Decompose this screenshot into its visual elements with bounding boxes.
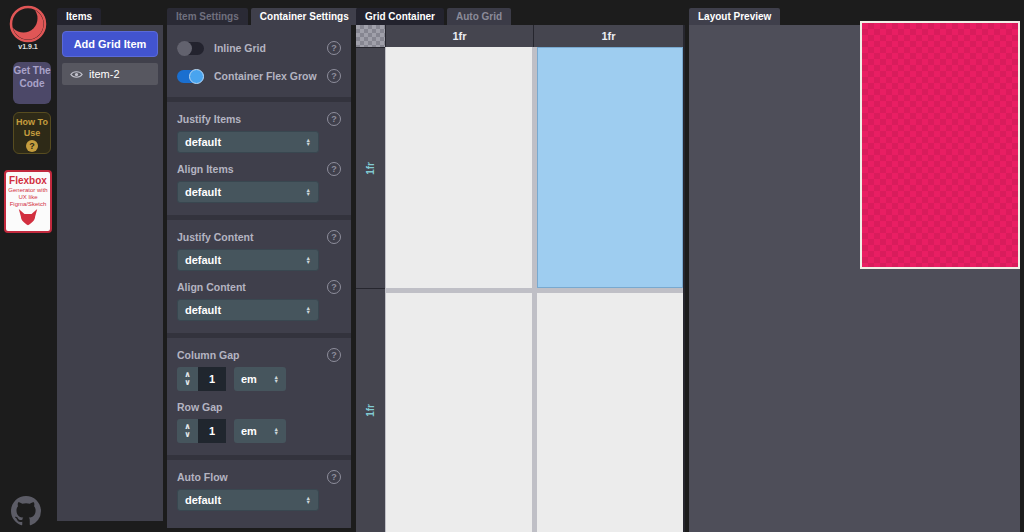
grid-corner-checker [356,25,385,47]
tab-layout-preview[interactable]: Layout Preview [689,8,780,25]
help-icon[interactable]: ? [327,41,341,55]
grid-board: 1fr 1fr 1fr 1fr [356,25,685,532]
preview-item-2 [860,21,1020,269]
github-icon[interactable] [11,496,41,526]
grid-cell-r1c2-selected[interactable] [537,47,683,288]
align-items-label: Align Items [177,163,234,175]
select-arrows-icon: ▲▼ [274,375,279,384]
flexbox-generator-badge[interactable]: Flexbox Generator with UX like Figma/Ske… [4,170,52,233]
auto-flow-label: Auto Flow [177,471,228,483]
select-value: em [241,373,257,385]
justify-content-select[interactable]: default ▲▼ [177,249,319,271]
row-gap-stepper[interactable]: ∧∨ [177,419,198,443]
devil-icon [16,209,40,226]
tab-items[interactable]: Items [57,8,101,25]
how-to-use-button[interactable]: How To Use ? [13,112,51,154]
tab-auto-grid[interactable]: Auto Grid [447,8,511,25]
grid-cell-r2c1[interactable] [386,293,532,532]
select-arrows-icon: ▲▼ [306,256,311,265]
app-version: v1.9.1 [6,43,50,50]
justify-content-label: Justify Content [177,231,253,243]
help-icon[interactable]: ? [327,280,341,294]
items-alignment-section: Justify Items ? default ▲▼ Align Items ?… [167,102,351,220]
column-gap-label: Column Gap [177,349,239,361]
help-icon[interactable]: ? [327,230,341,244]
select-value: default [185,186,221,198]
select-value: default [185,136,221,148]
row-header-2[interactable]: 1fr [356,289,385,532]
preview-tabbar: Layout Preview [689,8,780,25]
row-gap-label: Row Gap [177,401,223,413]
get-the-code-button[interactable]: Get The Code [13,62,51,104]
column-gap-unit-select[interactable]: em ▲▼ [234,367,286,391]
select-value: default [185,494,221,506]
toggles-section: Inline Grid ? Container Flex Grow ? [167,25,351,102]
inline-grid-toggle[interactable] [177,42,204,55]
select-value: em [241,425,257,437]
grid-cell-r1c1[interactable] [386,47,532,288]
align-content-label: Align Content [177,281,246,293]
help-icon[interactable]: ? [327,69,341,83]
select-arrows-icon: ▲▼ [306,188,311,197]
items-tabbar: Items [57,8,101,25]
container-flex-grow-label: Container Flex Grow [214,70,317,82]
row-gap-input[interactable] [198,419,226,443]
list-item-item-2[interactable]: item-2 [62,63,158,85]
select-arrows-icon: ▲▼ [274,427,279,436]
badge-title: Flexbox [6,175,50,186]
add-grid-item-button[interactable]: Add Grid Item [62,31,158,57]
auto-flow-select[interactable]: default ▲▼ [177,489,319,511]
item-label: item-2 [89,68,120,80]
how-to-use-label: How To Use [16,117,48,138]
settings-tabbar: Item Settings Container Settings [167,8,358,25]
tab-grid-container[interactable]: Grid Container [356,8,444,25]
toggle-knob [177,41,192,56]
container-settings-panel: Inline Grid ? Container Flex Grow ? Just… [167,25,351,528]
column-gap-stepper[interactable]: ∧∨ [177,367,198,391]
select-value: default [185,304,221,316]
content-alignment-section: Justify Content ? default ▲▼ Align Conte… [167,220,351,338]
row-gap-unit-select[interactable]: em ▲▼ [234,419,286,443]
column-header-2[interactable]: 1fr [534,25,683,47]
inline-grid-label: Inline Grid [214,42,266,54]
align-items-select[interactable]: default ▲▼ [177,181,319,203]
eye-icon[interactable] [70,70,83,79]
tab-container-settings[interactable]: Container Settings [251,8,358,25]
items-panel: Add Grid Item item-2 [57,25,163,521]
help-icon[interactable]: ? [327,162,341,176]
help-icon[interactable]: ? [327,470,341,484]
grid-cell-r2c2[interactable] [537,293,683,532]
select-arrows-icon: ▲▼ [306,496,311,505]
gaps-section: Column Gap ? ∧∨ em ▲▼ Row Gap ? ∧∨ em ▲▼ [167,338,351,460]
help-icon[interactable]: ? [327,112,341,126]
container-flex-grow-toggle[interactable] [177,70,204,83]
column-gap-input[interactable] [198,367,226,391]
select-arrows-icon: ▲▼ [306,306,311,315]
select-value: default [185,254,221,266]
justify-items-label: Justify Items [177,113,241,125]
column-header-1[interactable]: 1fr [386,25,533,47]
align-content-select[interactable]: default ▲▼ [177,299,319,321]
toggle-knob [189,69,204,84]
tab-item-settings[interactable]: Item Settings [167,8,248,25]
help-icon[interactable]: ? [327,348,341,362]
question-mark-icon: ? [26,140,38,152]
badge-subtitle: Generator with UX like Figma/Sketch [6,187,50,208]
select-arrows-icon: ▲▼ [306,138,311,147]
justify-items-select[interactable]: default ▲▼ [177,131,319,153]
grid-tabbar: Grid Container Auto Grid [356,8,511,25]
auto-flow-section: Auto Flow ? default ▲▼ [167,460,351,523]
row-header-1[interactable]: 1fr [356,48,385,288]
app-logo-icon [8,5,48,43]
